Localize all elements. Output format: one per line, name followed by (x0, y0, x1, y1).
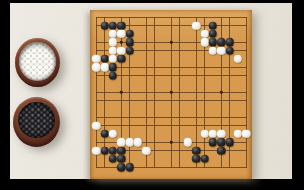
white-stone[interactable] (117, 138, 126, 147)
white-stone[interactable] (125, 138, 134, 147)
white-stone[interactable] (242, 130, 251, 139)
black-stone[interactable] (192, 155, 201, 164)
black-stone[interactable] (100, 146, 109, 155)
black-stone[interactable] (209, 30, 218, 39)
black-stone[interactable] (117, 21, 126, 30)
black-stone[interactable] (225, 138, 234, 147)
white-stone[interactable] (200, 30, 209, 39)
white-stone[interactable] (142, 146, 151, 155)
black-stone[interactable] (109, 155, 118, 164)
black-stone[interactable] (117, 146, 126, 155)
black-stone[interactable] (192, 146, 201, 155)
black-stone[interactable] (125, 30, 134, 39)
white-stone[interactable] (209, 46, 218, 55)
black-stone[interactable] (100, 130, 109, 139)
white-stone[interactable] (109, 30, 118, 39)
white-stone[interactable] (209, 130, 218, 139)
black-stone[interactable] (225, 46, 234, 55)
white-stone[interactable] (134, 138, 143, 147)
white-stone[interactable] (92, 121, 101, 130)
black-stone[interactable] (217, 38, 226, 47)
black-stone[interactable] (109, 63, 118, 72)
black-stone[interactable] (109, 146, 118, 155)
black-stone[interactable] (209, 138, 218, 147)
white-stone[interactable] (217, 130, 226, 139)
white-stone[interactable] (234, 55, 243, 64)
black-stone[interactable] (100, 21, 109, 30)
white-stone[interactable] (117, 46, 126, 55)
white-stone[interactable] (92, 63, 101, 72)
white-stone[interactable] (192, 21, 201, 30)
black-stone[interactable] (209, 21, 218, 30)
letterbox-top (0, 0, 304, 3)
black-stone[interactable] (125, 46, 134, 55)
white-stone[interactable] (109, 55, 118, 64)
black-stone[interactable] (125, 38, 134, 47)
white-stone[interactable] (200, 38, 209, 47)
black-stone[interactable] (117, 163, 126, 172)
white-stone[interactable] (200, 130, 209, 139)
white-stone-pile (19, 42, 56, 81)
white-stone-bowl (15, 38, 60, 87)
white-stone[interactable] (109, 46, 118, 55)
white-stone[interactable] (217, 46, 226, 55)
black-stone[interactable] (125, 163, 134, 172)
white-stone[interactable] (92, 55, 101, 64)
video-frame (0, 0, 304, 190)
white-stone[interactable] (109, 38, 118, 47)
white-stone[interactable] (234, 130, 243, 139)
white-stone[interactable] (109, 130, 118, 139)
white-stone[interactable] (100, 63, 109, 72)
black-stone[interactable] (117, 155, 126, 164)
black-stone[interactable] (200, 155, 209, 164)
letterbox-right (292, 0, 304, 190)
white-stone[interactable] (184, 138, 193, 147)
black-stone[interactable] (217, 146, 226, 155)
white-stone[interactable] (117, 30, 126, 39)
black-stone[interactable] (117, 55, 126, 64)
black-stone[interactable] (109, 71, 118, 80)
black-stone[interactable] (109, 21, 118, 30)
black-stone[interactable] (225, 38, 234, 47)
letterbox-left (0, 0, 10, 190)
black-stone[interactable] (209, 38, 218, 47)
letterbox-bottom (0, 179, 304, 190)
black-stone-bowl (13, 97, 60, 147)
black-stone[interactable] (217, 138, 226, 147)
black-stone[interactable] (100, 55, 109, 64)
go-board[interactable] (90, 10, 252, 179)
black-stone-pile (18, 102, 55, 138)
white-stone[interactable] (92, 146, 101, 155)
